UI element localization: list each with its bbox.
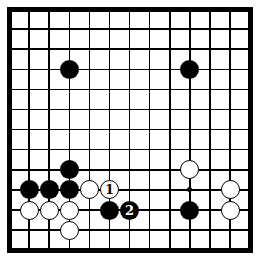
black-stone <box>40 180 59 199</box>
white-stone <box>221 180 240 199</box>
grid-line-vertical <box>209 8 211 251</box>
grid-line-horizontal <box>8 229 251 231</box>
move-number-label: 1 <box>105 183 114 196</box>
black-stone <box>20 180 39 199</box>
black-stone <box>180 201 199 220</box>
black-stone <box>60 160 79 179</box>
black-stone-move-2: 2 <box>120 201 139 220</box>
white-stone <box>221 201 240 220</box>
white-stone <box>40 201 59 220</box>
white-stone <box>20 201 39 220</box>
grid-line-vertical <box>249 8 251 251</box>
go-board: 12 <box>0 0 260 260</box>
grid-line-vertical <box>149 8 151 251</box>
move-number-label: 2 <box>125 204 134 217</box>
grid-line-vertical <box>169 8 171 251</box>
black-stone <box>100 201 119 220</box>
grid-line-horizontal <box>8 249 251 251</box>
white-stone <box>60 201 79 220</box>
grid-line-horizontal <box>8 169 251 171</box>
black-stone <box>60 60 79 79</box>
grid-line-horizontal <box>8 149 251 151</box>
go-diagram: 12 <box>0 0 260 260</box>
white-stone <box>60 221 79 240</box>
